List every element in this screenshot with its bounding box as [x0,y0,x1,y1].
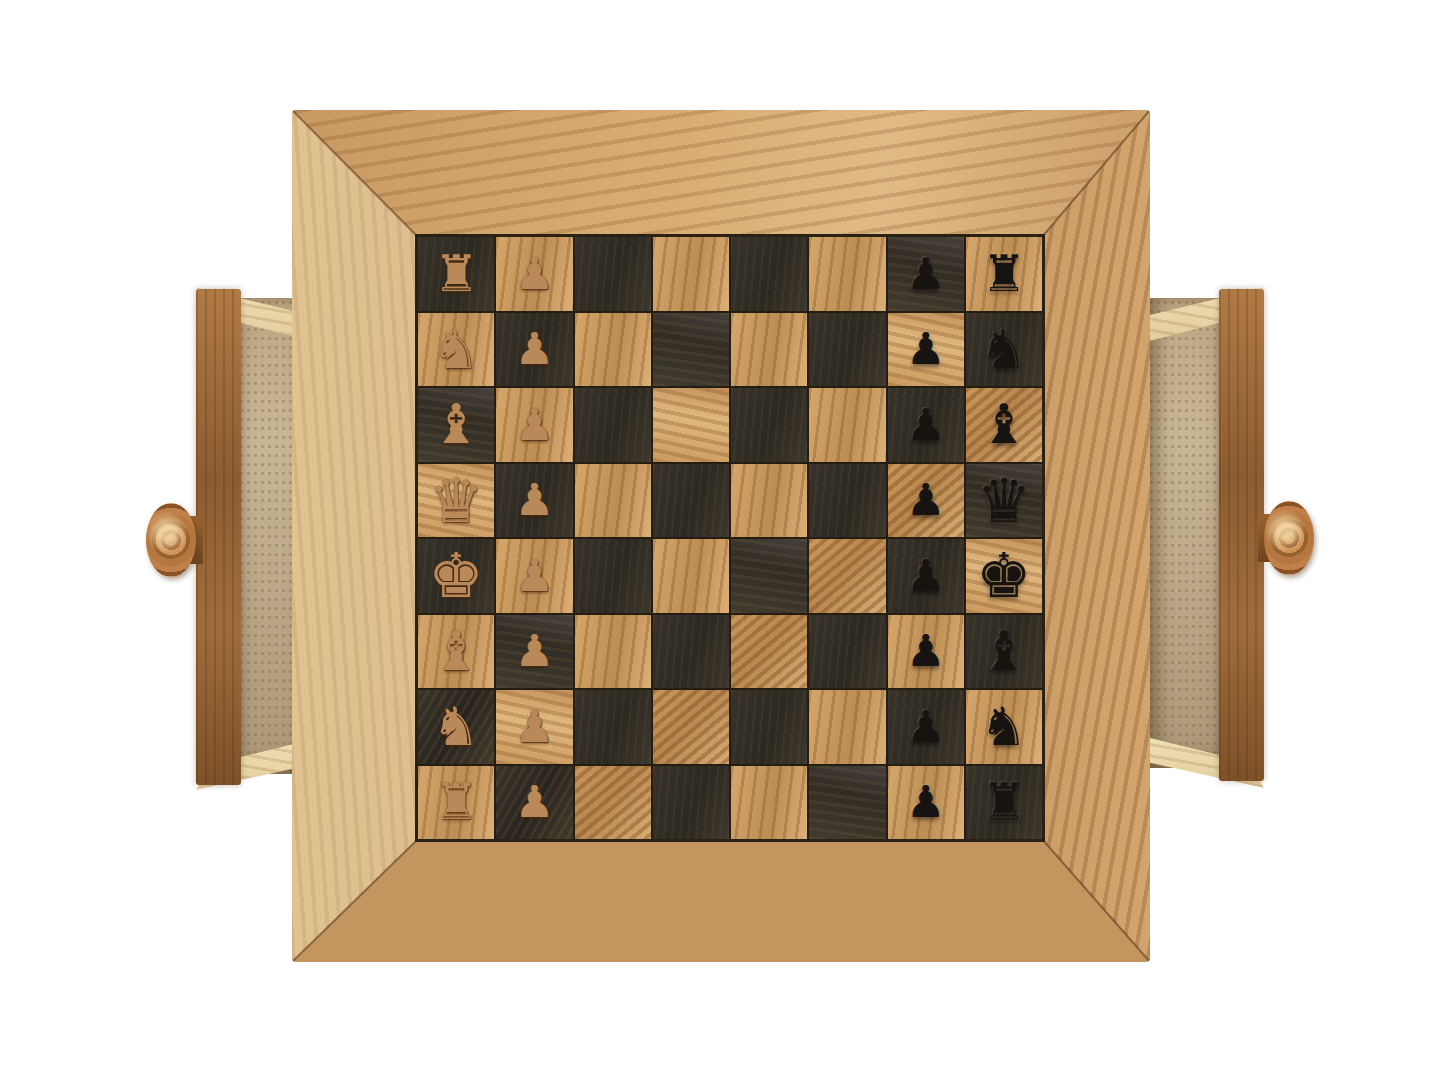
square-h1[interactable]: ♜ [418,766,494,840]
black-pawn[interactable]: ♟ [906,780,945,824]
square-a2[interactable]: ♟ [496,237,572,311]
black-king[interactable]: ♚ [976,545,1032,607]
white-pawn[interactable]: ♟ [515,252,554,296]
white-pawn[interactable]: ♟ [515,554,554,598]
black-pawn[interactable]: ♟ [906,252,945,296]
right-drawer-knob[interactable] [1264,501,1314,575]
square-d4[interactable] [653,464,729,538]
square-b5[interactable] [731,313,807,387]
square-a1[interactable]: ♜ [418,237,494,311]
square-h2[interactable]: ♟ [496,766,572,840]
black-rook[interactable]: ♜ [981,777,1026,827]
chessboard[interactable]: ♜♟♟♜♞♟♟♞♝♟♟♝♛♟♟♛♚♟♟♚♝♟♟♝♞♟♟♞♜♟♟♜ [418,237,1042,839]
white-rook[interactable]: ♜ [434,777,479,827]
square-a3[interactable] [575,237,651,311]
black-pawn[interactable]: ♟ [906,403,945,447]
white-bishop[interactable]: ♝ [431,624,480,679]
black-knight[interactable]: ♞ [980,700,1028,753]
black-rook[interactable]: ♜ [981,249,1026,299]
black-pawn[interactable]: ♟ [906,554,945,598]
square-h8[interactable]: ♜ [966,766,1042,840]
black-bishop[interactable]: ♝ [979,397,1028,452]
white-rook[interactable]: ♜ [434,249,479,299]
square-c2[interactable]: ♟ [496,388,572,462]
black-pawn[interactable]: ♟ [906,327,945,371]
square-e3[interactable] [575,539,651,613]
square-c4[interactable] [653,388,729,462]
board-frame: ♜♟♟♜♞♟♟♞♝♟♟♝♛♟♟♛♚♟♟♚♝♟♟♝♞♟♟♞♜♟♟♜ [292,110,1150,962]
chess-set-scene: ♜♟♟♜♞♟♟♞♝♟♟♝♛♟♟♛♚♟♟♚♝♟♟♝♞♟♟♞♜♟♟♜ [0,0,1445,1083]
square-a4[interactable] [653,237,729,311]
square-c6[interactable] [809,388,885,462]
square-g8[interactable]: ♞ [966,690,1042,764]
black-pawn[interactable]: ♟ [906,705,945,749]
square-f1[interactable]: ♝ [418,615,494,689]
white-pawn[interactable]: ♟ [515,327,554,371]
square-b7[interactable]: ♟ [888,313,964,387]
white-knight[interactable]: ♞ [432,700,480,753]
black-knight[interactable]: ♞ [980,323,1028,376]
square-h6[interactable] [809,766,885,840]
square-f8[interactable]: ♝ [966,615,1042,689]
left-drawer-knob[interactable] [146,503,196,577]
square-d1[interactable]: ♛ [418,464,494,538]
square-g4[interactable] [653,690,729,764]
square-f5[interactable] [731,615,807,689]
square-d2[interactable]: ♟ [496,464,572,538]
square-a5[interactable] [731,237,807,311]
black-bishop[interactable]: ♝ [979,624,1028,679]
white-pawn[interactable]: ♟ [515,478,554,522]
square-e2[interactable]: ♟ [496,539,572,613]
square-d6[interactable] [809,464,885,538]
square-d8[interactable]: ♛ [966,464,1042,538]
square-a8[interactable]: ♜ [966,237,1042,311]
square-g2[interactable]: ♟ [496,690,572,764]
square-e8[interactable]: ♚ [966,539,1042,613]
square-e6[interactable] [809,539,885,613]
white-pawn[interactable]: ♟ [515,403,554,447]
square-c7[interactable]: ♟ [888,388,964,462]
square-e4[interactable] [653,539,729,613]
square-c5[interactable] [731,388,807,462]
square-e5[interactable] [731,539,807,613]
square-f3[interactable] [575,615,651,689]
square-e7[interactable]: ♟ [888,539,964,613]
square-d5[interactable] [731,464,807,538]
square-f4[interactable] [653,615,729,689]
white-queen[interactable]: ♛ [429,470,484,531]
square-c3[interactable] [575,388,651,462]
white-pawn[interactable]: ♟ [515,780,554,824]
white-king[interactable]: ♚ [428,545,484,607]
square-d3[interactable] [575,464,651,538]
square-a6[interactable] [809,237,885,311]
square-b6[interactable] [809,313,885,387]
white-pawn[interactable]: ♟ [515,629,554,673]
square-c1[interactable]: ♝ [418,388,494,462]
square-f7[interactable]: ♟ [888,615,964,689]
white-bishop[interactable]: ♝ [431,397,480,452]
square-b4[interactable] [653,313,729,387]
square-f6[interactable] [809,615,885,689]
white-knight[interactable]: ♞ [432,323,480,376]
white-pawn[interactable]: ♟ [515,705,554,749]
square-c8[interactable]: ♝ [966,388,1042,462]
square-e1[interactable]: ♚ [418,539,494,613]
square-a7[interactable]: ♟ [888,237,964,311]
square-b3[interactable] [575,313,651,387]
square-g6[interactable] [809,690,885,764]
square-h5[interactable] [731,766,807,840]
square-b8[interactable]: ♞ [966,313,1042,387]
square-g7[interactable]: ♟ [888,690,964,764]
square-h3[interactable] [575,766,651,840]
square-b1[interactable]: ♞ [418,313,494,387]
square-d7[interactable]: ♟ [888,464,964,538]
square-g1[interactable]: ♞ [418,690,494,764]
black-pawn[interactable]: ♟ [906,629,945,673]
square-b2[interactable]: ♟ [496,313,572,387]
black-pawn[interactable]: ♟ [906,478,945,522]
square-h4[interactable] [653,766,729,840]
square-f2[interactable]: ♟ [496,615,572,689]
black-queen[interactable]: ♛ [977,470,1032,531]
right-drawer-interior [1148,298,1222,768]
square-g3[interactable] [575,690,651,764]
square-h7[interactable]: ♟ [888,766,964,840]
square-g5[interactable] [731,690,807,764]
